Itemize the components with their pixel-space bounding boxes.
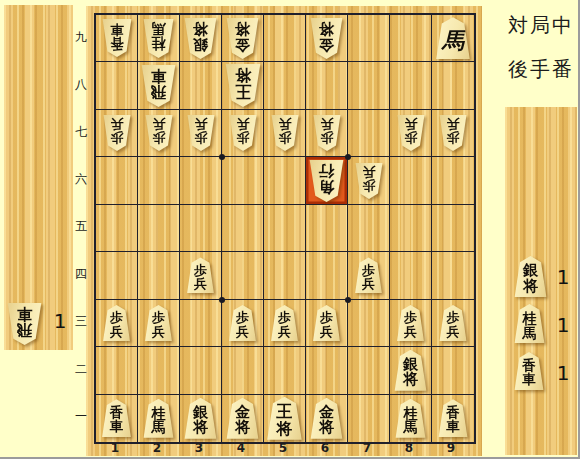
piece-kanji: 歩: [236, 311, 249, 324]
piece-kanji: 将: [193, 420, 208, 435]
board-square-2六[interactable]: [138, 157, 180, 204]
piece-pawn-gote[interactable]: 歩兵: [229, 305, 257, 341]
piece-pawn-gote[interactable]: 歩兵: [145, 305, 173, 341]
piece-kanji: 兵: [447, 325, 460, 338]
piece-kanji: 将: [235, 67, 251, 83]
rank-label-九: 九: [73, 30, 89, 44]
piece-pawn-sente[interactable]: 歩兵: [187, 115, 215, 151]
status-game-state: 対局中: [504, 12, 578, 39]
piece-kanji: 将: [319, 420, 334, 435]
piece-kanji: 歩: [278, 311, 291, 324]
piece-pawn-sente[interactable]: 歩兵: [313, 115, 341, 151]
board-square-6二[interactable]: [306, 347, 348, 394]
piece-kanji: 将: [319, 21, 334, 36]
board-square-4四[interactable]: [222, 252, 264, 299]
board-square-6一[interactable]: 金将: [306, 395, 348, 442]
piece-pawn-gote[interactable]: 歩兵: [271, 305, 299, 341]
board-square-5二[interactable]: [264, 347, 306, 394]
piece-kanji: 歩: [278, 131, 291, 144]
piece-kanji: 兵: [320, 118, 333, 131]
piece-bishop-sente[interactable]: 角行: [309, 160, 344, 202]
piece-kanji: 車: [522, 373, 536, 387]
board-square-8七[interactable]: 歩兵: [390, 110, 432, 157]
piece-gold-gote[interactable]: 金将: [310, 398, 343, 439]
board-square-9四[interactable]: [432, 252, 474, 299]
board-square-9五[interactable]: [432, 205, 474, 252]
board-square-4七[interactable]: 歩兵: [222, 110, 264, 157]
board-square-1六[interactable]: [96, 157, 138, 204]
piece-kanji: 兵: [236, 325, 249, 338]
piece-kanji: 歩: [320, 311, 333, 324]
board-square-3二[interactable]: [180, 347, 222, 394]
piece-kanji: 馬: [152, 420, 166, 434]
board-square-2四[interactable]: [138, 252, 180, 299]
rank-label-五: 五: [73, 219, 89, 233]
piece-gold-sente[interactable]: 金将: [226, 18, 259, 59]
rank-label-四: 四: [73, 267, 89, 281]
piece-pawn-sente[interactable]: 歩兵: [439, 115, 467, 151]
board-square-7二[interactable]: [348, 347, 390, 394]
board-square-9一[interactable]: 香車: [432, 395, 474, 442]
board-square-5五[interactable]: [264, 205, 306, 252]
piece-silver-gote[interactable]: 銀将: [184, 398, 217, 439]
piece-pawn-gote[interactable]: 歩兵: [313, 305, 341, 341]
piece-knight-sente[interactable]: 桂馬: [143, 19, 174, 58]
file-label-6: 6: [315, 442, 335, 455]
piece-kanji: 兵: [362, 277, 375, 290]
piece-rook-sente[interactable]: 飛車: [141, 65, 176, 107]
piece-kanji: 兵: [152, 118, 165, 131]
board-square-8四[interactable]: [390, 252, 432, 299]
board-square-8一[interactable]: 桂馬: [390, 395, 432, 442]
file-label-5: 5: [273, 442, 293, 455]
piece-knight-gote[interactable]: 桂馬: [395, 399, 426, 438]
board-square-8六[interactable]: [390, 157, 432, 204]
piece-kanji: 車: [110, 23, 124, 37]
file-label-1: 1: [105, 442, 125, 455]
hand-count: 1: [554, 314, 572, 336]
piece-kanji: 桂: [152, 36, 166, 50]
file-label-7: 7: [357, 442, 377, 455]
captured-tray-sente: [4, 5, 73, 350]
board-square-7七[interactable]: [348, 110, 390, 157]
board-square-4二[interactable]: [222, 347, 264, 394]
board-square-7八[interactable]: [348, 62, 390, 109]
board-square-9九[interactable]: 馬: [432, 15, 474, 62]
shogi-app: 香車桂馬銀将金将金将馬飛車王将歩兵歩兵歩兵歩兵歩兵歩兵歩兵歩兵角行歩兵歩兵歩兵歩…: [0, 0, 582, 461]
window-edge-right: [578, 0, 580, 459]
piece-lance-gote[interactable]: 香車: [102, 399, 132, 437]
rank-label-二: 二: [73, 362, 89, 376]
board-square-1一[interactable]: 香車: [96, 395, 138, 442]
piece-kanji: 金: [235, 36, 250, 51]
board-square-5六[interactable]: [264, 157, 306, 204]
board-square-8五[interactable]: [390, 205, 432, 252]
board-square-1三[interactable]: 歩兵: [96, 300, 138, 347]
piece-kanji: 歩: [362, 179, 375, 192]
file-label-3: 3: [189, 442, 209, 455]
board-square-7六[interactable]: 歩兵: [348, 157, 390, 204]
piece-lance-gote[interactable]: 香車: [514, 352, 544, 390]
piece-kanji: 将: [277, 421, 293, 437]
board-square-1七[interactable]: 歩兵: [96, 110, 138, 157]
board-square-5八[interactable]: [264, 62, 306, 109]
board-square-9二[interactable]: [432, 347, 474, 394]
piece-promoted-bishop-horse-gote[interactable]: 馬: [436, 17, 471, 59]
piece-lance-gote[interactable]: 香車: [438, 399, 468, 437]
piece-kanji: 車: [17, 306, 33, 322]
piece-kanji: 兵: [404, 325, 417, 338]
hand-count: 1: [554, 266, 572, 288]
piece-kanji: 歩: [404, 131, 417, 144]
piece-king-sente[interactable]: 王将: [225, 64, 261, 107]
board-square-1八[interactable]: [96, 62, 138, 109]
piece-kanji: 歩: [152, 311, 165, 324]
piece-kanji: 王: [235, 83, 251, 99]
piece-kanji: 車: [446, 420, 460, 434]
piece-pawn-sente[interactable]: 歩兵: [145, 115, 173, 151]
board-square-7五[interactable]: [348, 205, 390, 252]
piece-kanji: 馬: [152, 22, 166, 36]
board-square-3五[interactable]: [180, 205, 222, 252]
piece-pawn-sente[interactable]: 歩兵: [271, 115, 299, 151]
piece-kanji: 将: [523, 279, 538, 294]
piece-knight-gote[interactable]: 桂馬: [514, 304, 545, 343]
hand-piece-knight[interactable]: 桂馬: [514, 304, 545, 343]
board-square-1五[interactable]: [96, 205, 138, 252]
board-square-4八[interactable]: 王将: [222, 62, 264, 109]
hand-piece-rook[interactable]: 飛車: [7, 303, 42, 345]
piece-kanji: 金: [319, 36, 334, 51]
hoshi-dot: [219, 297, 225, 303]
piece-kanji: 兵: [447, 118, 460, 131]
piece-kanji: 兵: [320, 325, 333, 338]
piece-pawn-sente[interactable]: 歩兵: [103, 115, 131, 151]
board-square-2二[interactable]: [138, 347, 180, 394]
piece-pawn-sente[interactable]: 歩兵: [355, 163, 383, 199]
board-square-3一[interactable]: 銀将: [180, 395, 222, 442]
piece-kanji: 兵: [278, 325, 291, 338]
board-square-2五[interactable]: [138, 205, 180, 252]
piece-kanji: 兵: [110, 118, 123, 131]
piece-pawn-sente[interactable]: 歩兵: [397, 115, 425, 151]
board-square-3四[interactable]: 歩兵: [180, 252, 222, 299]
piece-kanji: 行: [319, 162, 335, 178]
piece-knight-gote[interactable]: 桂馬: [143, 399, 174, 438]
piece-kanji: 飛: [17, 322, 33, 338]
board-square-6五[interactable]: [306, 205, 348, 252]
board-square-5七[interactable]: 歩兵: [264, 110, 306, 157]
board-square-4三[interactable]: 歩兵: [222, 300, 264, 347]
piece-gold-gote[interactable]: 金将: [226, 398, 259, 439]
window-edge-bottom: [0, 457, 580, 459]
piece-pawn-sente[interactable]: 歩兵: [229, 115, 257, 151]
file-label-2: 2: [147, 442, 167, 455]
piece-kanji: 馬: [404, 420, 418, 434]
board-grid: 香車桂馬銀将金将金将馬飛車王将歩兵歩兵歩兵歩兵歩兵歩兵歩兵歩兵角行歩兵歩兵歩兵歩…: [94, 13, 476, 444]
board-square-2一[interactable]: 桂馬: [138, 395, 180, 442]
piece-kanji: 兵: [152, 325, 165, 338]
piece-kanji: 飛: [151, 83, 167, 99]
piece-kanji: 将: [193, 21, 208, 36]
piece-kanji: 歩: [404, 311, 417, 324]
board-square-3九[interactable]: 銀将: [180, 15, 222, 62]
piece-kanji: 桂: [404, 406, 418, 420]
piece-silver-sente[interactable]: 銀将: [184, 18, 217, 59]
hand-count: 1: [554, 362, 572, 384]
board-square-3三[interactable]: [180, 300, 222, 347]
piece-kanji: 兵: [236, 118, 249, 131]
piece-kanji: 兵: [194, 277, 207, 290]
piece-pawn-gote[interactable]: 歩兵: [439, 305, 467, 341]
piece-pawn-gote[interactable]: 歩兵: [397, 305, 425, 341]
board-square-1九[interactable]: 香車: [96, 15, 138, 62]
piece-kanji: 将: [235, 420, 250, 435]
board-square-6三[interactable]: 歩兵: [306, 300, 348, 347]
board-square-4一[interactable]: 金将: [222, 395, 264, 442]
rank-label-一: 一: [73, 409, 89, 423]
board-square-6七[interactable]: 歩兵: [306, 110, 348, 157]
board-square-3七[interactable]: 歩兵: [180, 110, 222, 157]
board-square-6六[interactable]: 角行: [306, 157, 348, 204]
file-label-9: 9: [441, 442, 461, 455]
board-square-7三[interactable]: [348, 300, 390, 347]
hand-piece-silver[interactable]: 銀将: [514, 256, 547, 297]
board-square-3八[interactable]: [180, 62, 222, 109]
board-square-8二[interactable]: 銀将: [390, 347, 432, 394]
piece-kanji: 歩: [320, 131, 333, 144]
board-square-2七[interactable]: 歩兵: [138, 110, 180, 157]
piece-rook-sente[interactable]: 飛車: [7, 303, 42, 345]
piece-kanji: 歩: [110, 311, 123, 324]
board-square-4五[interactable]: [222, 205, 264, 252]
board-square-6八[interactable]: [306, 62, 348, 109]
piece-kanji: 兵: [194, 118, 207, 131]
board-square-5四[interactable]: [264, 252, 306, 299]
piece-pawn-gote[interactable]: 歩兵: [187, 257, 215, 293]
piece-kanji: 車: [151, 68, 167, 84]
piece-kanji: 香: [110, 36, 124, 50]
piece-silver-gote[interactable]: 銀将: [514, 256, 547, 297]
board-square-2八[interactable]: 飛車: [138, 62, 180, 109]
piece-pawn-gote[interactable]: 歩兵: [103, 305, 131, 341]
rank-label-八: 八: [73, 77, 89, 91]
board-square-9三[interactable]: 歩兵: [432, 300, 474, 347]
piece-kanji: 歩: [194, 264, 207, 277]
piece-kanji: 将: [403, 372, 418, 387]
file-label-4: 4: [231, 442, 251, 455]
rank-label-六: 六: [73, 172, 89, 186]
piece-kanji: 兵: [362, 165, 375, 178]
piece-kanji: 歩: [447, 131, 460, 144]
piece-kanji: 兵: [404, 118, 417, 131]
piece-kanji: 歩: [110, 131, 123, 144]
board-square-7四[interactable]: 歩兵: [348, 252, 390, 299]
piece-silver-gote[interactable]: 銀将: [394, 350, 427, 391]
hand-count: 1: [51, 310, 69, 332]
board-square-7九[interactable]: [348, 15, 390, 62]
rank-label-七: 七: [73, 125, 89, 139]
piece-kanji: 車: [110, 420, 124, 434]
piece-kanji: 将: [235, 21, 250, 36]
piece-lance-sente[interactable]: 香車: [102, 19, 132, 57]
board-square-5一[interactable]: 王将: [264, 395, 306, 442]
piece-king-gote[interactable]: 王将: [267, 397, 303, 440]
board-square-8三[interactable]: 歩兵: [390, 300, 432, 347]
board-square-1二[interactable]: [96, 347, 138, 394]
piece-kanji: 桂: [152, 406, 166, 420]
piece-kanji: 歩: [362, 264, 375, 277]
file-label-8: 8: [399, 442, 419, 455]
board-square-1四[interactable]: [96, 252, 138, 299]
piece-kanji: 兵: [110, 325, 123, 338]
piece-kanji: 馬: [523, 326, 537, 340]
hoshi-dot: [345, 297, 351, 303]
board-square-2九[interactable]: 桂馬: [138, 15, 180, 62]
piece-gold-sente[interactable]: 金将: [310, 18, 343, 59]
board-square-5三[interactable]: 歩兵: [264, 300, 306, 347]
piece-kanji: 歩: [447, 311, 460, 324]
piece-pawn-gote[interactable]: 歩兵: [355, 257, 383, 293]
piece-kanji: 銀: [193, 36, 208, 51]
board-square-6四[interactable]: [306, 252, 348, 299]
rank-label-三: 三: [73, 314, 89, 328]
board-square-7一[interactable]: [348, 395, 390, 442]
hand-piece-lance[interactable]: 香車: [514, 352, 544, 390]
piece-kanji: 歩: [194, 131, 207, 144]
board-square-8九[interactable]: [390, 15, 432, 62]
piece-kanji: 馬: [442, 29, 464, 51]
board-square-8八[interactable]: [390, 62, 432, 109]
board-square-5九[interactable]: [264, 15, 306, 62]
piece-kanji: 歩: [236, 131, 249, 144]
board-square-9七[interactable]: 歩兵: [432, 110, 474, 157]
board-square-9六[interactable]: [432, 157, 474, 204]
board-square-6九[interactable]: 金将: [306, 15, 348, 62]
board-square-4六[interactable]: [222, 157, 264, 204]
board-square-2三[interactable]: 歩兵: [138, 300, 180, 347]
board-square-9八[interactable]: [432, 62, 474, 109]
board-square-3六[interactable]: [180, 157, 222, 204]
piece-kanji: 兵: [278, 118, 291, 131]
status-turn-indicator: 後手番: [504, 56, 578, 83]
piece-kanji: 桂: [523, 311, 537, 325]
piece-kanji: 歩: [152, 131, 165, 144]
board-square-4九[interactable]: 金将: [222, 15, 264, 62]
